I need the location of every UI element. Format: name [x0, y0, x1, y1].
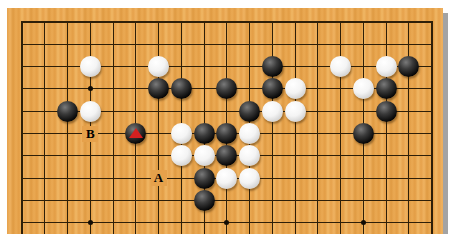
grid-line-vertical [431, 21, 433, 234]
stone-black [57, 101, 78, 122]
point-label-A: A [151, 170, 167, 186]
stone-black [125, 123, 146, 144]
star-point [361, 220, 366, 225]
stone-white [376, 56, 397, 77]
stone-white [285, 78, 306, 99]
stone-white [239, 123, 260, 144]
star-point [88, 220, 93, 225]
point-label-B: B [82, 126, 98, 142]
grid-line-vertical [67, 21, 68, 234]
stone-white [148, 56, 169, 77]
stone-black [194, 190, 215, 211]
stone-white [330, 56, 351, 77]
page-background: BA [0, 0, 456, 234]
grid-line-vertical [340, 21, 341, 234]
stone-white [262, 101, 283, 122]
stone-black [148, 78, 169, 99]
grid-line-vertical [295, 21, 296, 234]
stone-black [376, 101, 397, 122]
stone-black [398, 56, 419, 77]
stone-black [353, 123, 374, 144]
triangle-marker [129, 128, 143, 138]
stone-black [216, 78, 237, 99]
grid-line-vertical [113, 21, 114, 234]
stone-black [171, 78, 192, 99]
stone-black [194, 123, 215, 144]
stone-white [285, 101, 306, 122]
grid-line-vertical [317, 21, 318, 234]
stone-black [239, 101, 260, 122]
stone-black [216, 123, 237, 144]
star-point [88, 86, 93, 91]
grid-line-vertical [386, 21, 387, 234]
stone-white [194, 145, 215, 166]
grid-line-vertical [272, 21, 273, 234]
go-board[interactable]: BA [7, 8, 443, 234]
stone-white [171, 145, 192, 166]
board-drop-shadow [443, 13, 448, 234]
stone-white [80, 56, 101, 77]
stone-white [353, 78, 374, 99]
stone-white [239, 168, 260, 189]
stone-black [376, 78, 397, 99]
stone-black [216, 145, 237, 166]
grid-line-vertical [21, 21, 23, 234]
grid-line-vertical [158, 21, 159, 234]
stone-black [194, 168, 215, 189]
stone-white [171, 123, 192, 144]
stone-white [80, 101, 101, 122]
stone-black [262, 78, 283, 99]
grid-line-vertical [408, 21, 409, 234]
stone-black [262, 56, 283, 77]
stone-white [239, 145, 260, 166]
grid-line-vertical [44, 21, 45, 234]
stone-white [216, 168, 237, 189]
star-point [224, 220, 229, 225]
